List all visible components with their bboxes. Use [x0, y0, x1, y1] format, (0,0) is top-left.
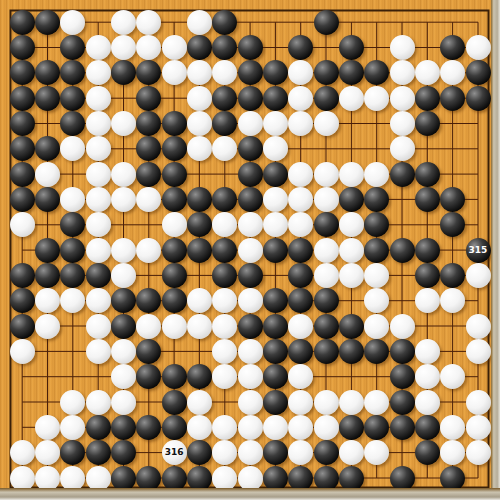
white-stone — [415, 60, 440, 85]
black-stone — [35, 263, 60, 288]
black-stone — [136, 86, 161, 111]
white-stone — [466, 35, 491, 60]
black-stone — [314, 288, 339, 313]
white-stone — [440, 415, 465, 440]
black-stone — [187, 364, 212, 389]
white-stone — [35, 415, 60, 440]
white-stone — [111, 263, 136, 288]
white-stone — [466, 440, 491, 465]
black-stone — [111, 440, 136, 465]
black-stone — [86, 440, 111, 465]
go-board[interactable]: 315316 — [0, 0, 500, 500]
black-stone — [390, 364, 415, 389]
black-stone — [35, 10, 60, 35]
black-stone — [162, 263, 187, 288]
black-stone — [314, 339, 339, 364]
black-stone — [10, 111, 35, 136]
black-stone — [187, 440, 212, 465]
black-stone — [86, 415, 111, 440]
black-stone — [238, 314, 263, 339]
black-stone — [35, 238, 60, 263]
white-stone — [86, 390, 111, 415]
black-stone — [466, 60, 491, 85]
white-stone — [314, 390, 339, 415]
black-stone — [390, 238, 415, 263]
white-stone — [238, 339, 263, 364]
white-stone — [187, 288, 212, 313]
black-stone — [263, 162, 288, 187]
black-stone — [162, 288, 187, 313]
white-stone — [111, 238, 136, 263]
white-stone — [364, 263, 389, 288]
black-stone — [415, 187, 440, 212]
white-stone — [288, 162, 313, 187]
white-stone — [314, 415, 339, 440]
white-stone — [390, 314, 415, 339]
white-stone — [339, 162, 364, 187]
white-stone — [60, 390, 85, 415]
board-side-edge-bottom — [0, 488, 500, 500]
white-stone — [162, 35, 187, 60]
black-stone — [339, 35, 364, 60]
white-stone — [35, 314, 60, 339]
white-stone — [263, 111, 288, 136]
white-stone — [339, 263, 364, 288]
white-stone — [86, 212, 111, 237]
black-stone — [440, 263, 465, 288]
white-stone — [288, 187, 313, 212]
black-stone — [187, 187, 212, 212]
white-stone — [86, 136, 111, 161]
white-stone — [35, 162, 60, 187]
white-stone — [415, 339, 440, 364]
black-stone — [238, 136, 263, 161]
white-stone — [187, 111, 212, 136]
white-stone — [111, 187, 136, 212]
white-stone — [288, 314, 313, 339]
white-stone — [136, 314, 161, 339]
black-stone — [263, 86, 288, 111]
white-stone — [86, 60, 111, 85]
black-stone — [314, 466, 339, 491]
white-stone — [60, 10, 85, 35]
white-stone — [212, 466, 237, 491]
white-stone — [86, 86, 111, 111]
white-stone — [364, 86, 389, 111]
white-stone — [238, 466, 263, 491]
black-stone — [263, 390, 288, 415]
black-stone — [314, 440, 339, 465]
white-stone — [238, 111, 263, 136]
white-stone — [86, 339, 111, 364]
black-stone — [162, 238, 187, 263]
black-stone — [111, 415, 136, 440]
white-stone — [314, 162, 339, 187]
black-stone — [440, 35, 465, 60]
white-stone — [187, 86, 212, 111]
black-stone — [111, 314, 136, 339]
white-stone — [415, 364, 440, 389]
black-stone — [440, 86, 465, 111]
white-stone — [111, 35, 136, 60]
black-stone — [390, 390, 415, 415]
white-stone — [111, 390, 136, 415]
white-stone — [10, 212, 35, 237]
white-stone — [466, 339, 491, 364]
white-stone — [339, 390, 364, 415]
white-stone — [60, 466, 85, 491]
black-stone — [314, 10, 339, 35]
white-stone — [288, 86, 313, 111]
black-stone — [162, 187, 187, 212]
black-stone — [187, 35, 212, 60]
black-stone — [60, 238, 85, 263]
white-stone — [390, 86, 415, 111]
white-stone — [364, 390, 389, 415]
white-stone — [86, 238, 111, 263]
white-stone — [86, 35, 111, 60]
black-stone — [10, 60, 35, 85]
white-stone — [390, 35, 415, 60]
black-stone — [364, 187, 389, 212]
black-stone — [263, 238, 288, 263]
black-stone: 315 — [466, 238, 491, 263]
black-stone — [415, 440, 440, 465]
black-stone — [415, 238, 440, 263]
black-stone — [339, 466, 364, 491]
white-stone — [238, 212, 263, 237]
black-stone — [466, 86, 491, 111]
white-stone — [212, 314, 237, 339]
white-stone — [187, 314, 212, 339]
white-stone — [187, 415, 212, 440]
black-stone — [288, 339, 313, 364]
black-stone — [111, 466, 136, 491]
black-stone — [339, 415, 364, 440]
black-stone — [390, 339, 415, 364]
black-stone — [10, 288, 35, 313]
white-stone — [238, 288, 263, 313]
white-stone — [86, 111, 111, 136]
black-stone — [136, 162, 161, 187]
white-stone — [238, 390, 263, 415]
black-stone — [212, 86, 237, 111]
board-side-edge-right — [491, 0, 500, 500]
white-stone — [10, 466, 35, 491]
white-stone — [314, 187, 339, 212]
black-stone — [415, 86, 440, 111]
white-stone — [314, 238, 339, 263]
white-stone — [111, 111, 136, 136]
black-stone — [263, 288, 288, 313]
white-stone — [390, 111, 415, 136]
white-stone — [339, 440, 364, 465]
white-stone — [111, 10, 136, 35]
move-label-316: 316 — [165, 448, 184, 457]
black-stone — [263, 440, 288, 465]
black-stone — [136, 466, 161, 491]
white-stone — [86, 314, 111, 339]
black-stone — [10, 263, 35, 288]
white-stone — [339, 238, 364, 263]
white-stone — [314, 263, 339, 288]
black-stone — [10, 187, 35, 212]
white-stone — [35, 440, 60, 465]
black-stone — [162, 364, 187, 389]
black-stone — [263, 339, 288, 364]
white-stone — [238, 238, 263, 263]
white-stone — [136, 238, 161, 263]
white-stone — [238, 364, 263, 389]
black-stone — [263, 314, 288, 339]
white-stone — [390, 60, 415, 85]
white-stone — [187, 390, 212, 415]
white-stone — [288, 415, 313, 440]
black-stone — [238, 162, 263, 187]
black-stone — [187, 238, 212, 263]
black-stone — [339, 314, 364, 339]
black-stone — [162, 415, 187, 440]
white-stone — [86, 162, 111, 187]
white-stone — [263, 187, 288, 212]
black-stone — [288, 466, 313, 491]
black-stone — [390, 415, 415, 440]
black-stone — [364, 238, 389, 263]
black-stone — [440, 187, 465, 212]
black-stone — [440, 466, 465, 491]
black-stone — [415, 415, 440, 440]
white-stone — [162, 212, 187, 237]
white-stone: 316 — [162, 440, 187, 465]
black-stone — [212, 238, 237, 263]
black-stone — [10, 162, 35, 187]
black-stone — [162, 162, 187, 187]
white-stone — [111, 339, 136, 364]
black-stone — [162, 136, 187, 161]
black-stone — [35, 86, 60, 111]
white-stone — [238, 440, 263, 465]
white-stone — [86, 288, 111, 313]
white-stone — [288, 390, 313, 415]
black-stone — [60, 86, 85, 111]
black-stone — [35, 187, 60, 212]
black-stone — [314, 212, 339, 237]
move-label-315: 315 — [469, 246, 488, 255]
white-stone — [466, 263, 491, 288]
white-stone — [86, 466, 111, 491]
black-stone — [314, 86, 339, 111]
black-stone — [86, 263, 111, 288]
black-stone — [238, 187, 263, 212]
white-stone — [60, 415, 85, 440]
white-stone — [10, 440, 35, 465]
black-stone — [212, 10, 237, 35]
black-stone — [238, 263, 263, 288]
black-stone — [136, 415, 161, 440]
black-stone — [288, 263, 313, 288]
white-stone — [238, 415, 263, 440]
black-stone — [187, 466, 212, 491]
white-stone — [111, 162, 136, 187]
black-stone — [263, 466, 288, 491]
black-stone — [10, 86, 35, 111]
black-stone — [364, 415, 389, 440]
black-stone — [339, 187, 364, 212]
white-stone — [162, 314, 187, 339]
white-stone — [263, 415, 288, 440]
white-stone — [35, 466, 60, 491]
black-stone — [390, 162, 415, 187]
white-stone — [364, 314, 389, 339]
black-stone — [415, 162, 440, 187]
black-stone — [339, 339, 364, 364]
black-stone — [415, 263, 440, 288]
black-stone — [10, 314, 35, 339]
black-stone — [10, 10, 35, 35]
white-stone — [390, 136, 415, 161]
black-stone — [415, 111, 440, 136]
black-stone — [263, 364, 288, 389]
white-stone — [136, 10, 161, 35]
black-stone — [162, 111, 187, 136]
black-stone — [162, 466, 187, 491]
black-stone — [390, 466, 415, 491]
white-stone — [162, 60, 187, 85]
black-stone — [314, 60, 339, 85]
black-stone — [238, 60, 263, 85]
white-stone — [466, 390, 491, 415]
white-stone — [86, 187, 111, 212]
white-stone — [415, 390, 440, 415]
black-stone — [364, 339, 389, 364]
black-stone — [10, 35, 35, 60]
black-stone — [288, 238, 313, 263]
white-stone — [364, 162, 389, 187]
white-stone — [339, 86, 364, 111]
white-stone — [187, 10, 212, 35]
black-stone — [238, 86, 263, 111]
white-stone — [212, 415, 237, 440]
black-stone — [162, 390, 187, 415]
white-stone — [314, 111, 339, 136]
white-stone — [466, 415, 491, 440]
black-stone — [10, 136, 35, 161]
black-stone — [314, 314, 339, 339]
black-stone — [238, 35, 263, 60]
white-stone — [10, 339, 35, 364]
white-stone — [466, 314, 491, 339]
white-stone — [415, 288, 440, 313]
